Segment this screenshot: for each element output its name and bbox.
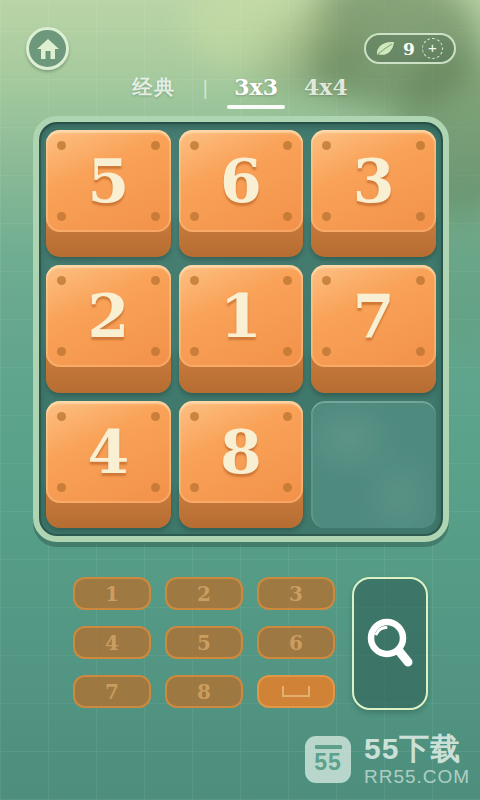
tile-6[interactable]: 6 [179,130,304,257]
screw-dot [283,347,292,356]
reference-keypad: 1 2 3 4 5 6 7 8 [73,577,335,708]
screw-dot [283,483,292,492]
leaf-icon [374,39,396,59]
search-icon [364,617,416,671]
active-tab-underline [227,105,285,109]
puzzle-grid: 5 6 3 2 [46,130,436,528]
tile-number: 7 [353,286,395,346]
screw-dot [57,412,66,421]
screw-dot [416,212,425,221]
key-space[interactable] [257,675,335,708]
screw-dot [57,347,66,356]
key-5[interactable]: 5 [165,626,243,659]
screw-dot [322,276,331,285]
tab-divider: | [202,77,208,98]
tile-number: 2 [87,286,129,346]
screw-dot [57,141,66,150]
screw-dot [151,212,160,221]
watermark: 55 55下载 RR55.COM [305,733,470,786]
currency-count: 9 [403,39,415,59]
key-7[interactable]: 7 [73,675,151,708]
tile-8[interactable]: 8 [179,401,304,528]
logo-digits: 55 [314,751,342,774]
tile-number: 1 [220,286,262,346]
tile-1[interactable]: 1 [179,265,304,392]
tile-number: 3 [353,151,395,211]
key-2[interactable]: 2 [165,577,243,610]
add-currency-button[interactable]: + [422,38,443,59]
tab-3x3[interactable]: 3x3 [234,74,278,100]
empty-cell [311,401,436,528]
puzzle-board: 5 6 3 2 [33,116,449,542]
screw-dot [283,141,292,150]
key-8[interactable]: 8 [165,675,243,708]
screw-dot [322,347,331,356]
key-1[interactable]: 1 [73,577,151,610]
screw-dot [151,276,160,285]
key-6[interactable]: 6 [257,626,335,659]
mode-tabs: 经典 | 3x3 4x4 [0,70,480,104]
screw-dot [57,483,66,492]
home-icon [36,38,60,60]
screw-dot [322,212,331,221]
home-button[interactable] [26,27,69,70]
key-3[interactable]: 3 [257,577,335,610]
watermark-title: 55下载 [364,733,470,765]
tab-4x4[interactable]: 4x4 [304,74,348,100]
screw-dot [283,412,292,421]
screw-dot [283,276,292,285]
watermark-url: RR55.COM [364,767,470,787]
tab-classic[interactable]: 经典 [132,74,176,101]
screw-dot [190,347,199,356]
screw-dot [283,212,292,221]
screw-dot [190,483,199,492]
currency-pill: 9 + [364,33,456,64]
blank-space-icon [282,686,310,697]
tile-2[interactable]: 2 [46,265,171,392]
tile-number: 5 [87,151,129,211]
tile-3[interactable]: 3 [311,130,436,257]
tile-7[interactable]: 7 [311,265,436,392]
app-screen: 9 + 经典 | 3x3 4x4 5 6 [0,0,480,800]
screw-dot [151,347,160,356]
tile-number: 4 [87,422,129,482]
tile-number: 6 [220,151,262,211]
screw-dot [190,276,199,285]
screw-dot [190,141,199,150]
screw-dot [322,141,331,150]
screw-dot [57,276,66,285]
screw-dot [151,141,160,150]
screw-dot [190,212,199,221]
screw-dot [190,412,199,421]
magnify-button[interactable] [352,577,428,710]
tile-5[interactable]: 5 [46,130,171,257]
key-4[interactable]: 4 [73,626,151,659]
tile-4[interactable]: 4 [46,401,171,528]
screw-dot [57,212,66,221]
light-patch-decor [185,0,335,70]
screw-dot [416,347,425,356]
tile-number: 8 [220,422,262,482]
screw-dot [151,412,160,421]
screw-dot [416,141,425,150]
screw-dot [151,483,160,492]
screw-dot [416,276,425,285]
watermark-logo: 55 [305,736,351,783]
